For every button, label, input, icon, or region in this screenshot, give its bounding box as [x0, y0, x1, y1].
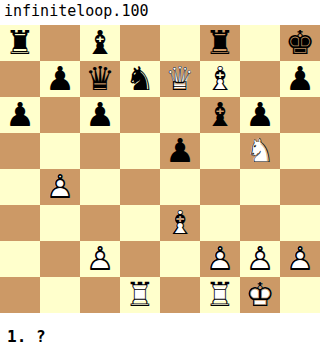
- piece-glyph: ♙: [285, 239, 315, 278]
- square-b2[interactable]: [40, 241, 80, 277]
- square-d6[interactable]: [120, 97, 160, 133]
- square-c2[interactable]: ♟♙: [80, 241, 120, 277]
- square-b7[interactable]: ♟: [40, 61, 80, 97]
- square-c7[interactable]: ♛: [80, 61, 120, 97]
- square-c6[interactable]: ♟: [80, 97, 120, 133]
- chess-board: ♜♝♜♚♟♛♞♛♕♝♗♟♟♟♝♟♟♞♘♟♙♝♗♟♙♟♙♟♙♟♙♜♖♜♖♚♔: [0, 25, 320, 313]
- square-c3[interactable]: [80, 205, 120, 241]
- square-h3[interactable]: [280, 205, 320, 241]
- piece-glyph: ♟: [285, 59, 315, 98]
- square-d2[interactable]: [120, 241, 160, 277]
- puzzle-screen: infiniteloop.100 ♜♝♜♚♟♛♞♛♕♝♗♟♟♟♝♟♟♞♘♟♙♝♗…: [0, 0, 320, 360]
- square-f2[interactable]: ♟♙: [200, 241, 240, 277]
- square-a6[interactable]: ♟: [0, 97, 40, 133]
- square-a2[interactable]: [0, 241, 40, 277]
- piece-glyph: ♟: [85, 95, 115, 134]
- piece-glyph: ♙: [45, 167, 75, 206]
- square-g2[interactable]: ♟♙: [240, 241, 280, 277]
- square-f3[interactable]: [200, 205, 240, 241]
- piece-black-knight: ♞: [120, 61, 160, 97]
- piece-glyph: ♕: [165, 59, 195, 98]
- square-d3[interactable]: [120, 205, 160, 241]
- piece-glyph: ♜: [205, 23, 235, 62]
- square-f4[interactable]: [200, 169, 240, 205]
- piece-glyph: ♙: [245, 239, 275, 278]
- square-h1[interactable]: [280, 277, 320, 313]
- piece-glyph: ♟: [165, 131, 195, 170]
- square-a8[interactable]: ♜: [0, 25, 40, 61]
- square-h8[interactable]: ♚: [280, 25, 320, 61]
- piece-black-pawn: ♟: [40, 61, 80, 97]
- square-e3[interactable]: ♝♗: [160, 205, 200, 241]
- square-h6[interactable]: [280, 97, 320, 133]
- square-b1[interactable]: [40, 277, 80, 313]
- square-c5[interactable]: [80, 133, 120, 169]
- square-g5[interactable]: ♞♘: [240, 133, 280, 169]
- piece-white-queen: ♛♕: [160, 61, 200, 97]
- square-e5[interactable]: ♟: [160, 133, 200, 169]
- piece-glyph: ♟: [45, 59, 75, 98]
- piece-glyph: ♝: [85, 23, 115, 62]
- piece-glyph: ♛: [85, 59, 115, 98]
- square-b6[interactable]: [40, 97, 80, 133]
- piece-black-rook: ♜: [200, 25, 240, 61]
- piece-black-pawn: ♟: [240, 97, 280, 133]
- square-e7[interactable]: ♛♕: [160, 61, 200, 97]
- puzzle-title: infiniteloop.100: [4, 2, 149, 20]
- piece-black-pawn: ♟: [80, 97, 120, 133]
- square-f1[interactable]: ♜♖: [200, 277, 240, 313]
- piece-black-bishop: ♝: [80, 25, 120, 61]
- piece-white-knight: ♞♘: [240, 133, 280, 169]
- square-a7[interactable]: [0, 61, 40, 97]
- square-b4[interactable]: ♟♙: [40, 169, 80, 205]
- piece-white-pawn: ♟♙: [40, 169, 80, 205]
- square-g8[interactable]: [240, 25, 280, 61]
- piece-black-pawn: ♟: [160, 133, 200, 169]
- square-e1[interactable]: [160, 277, 200, 313]
- square-a3[interactable]: [0, 205, 40, 241]
- square-c8[interactable]: ♝: [80, 25, 120, 61]
- piece-glyph: ♟: [245, 95, 275, 134]
- piece-black-queen: ♛: [80, 61, 120, 97]
- piece-glyph: ♔: [245, 275, 275, 314]
- piece-black-pawn: ♟: [0, 97, 40, 133]
- square-a5[interactable]: [0, 133, 40, 169]
- square-g3[interactable]: [240, 205, 280, 241]
- square-h2[interactable]: ♟♙: [280, 241, 320, 277]
- piece-white-rook: ♜♖: [200, 277, 240, 313]
- square-d8[interactable]: [120, 25, 160, 61]
- piece-white-pawn: ♟♙: [200, 241, 240, 277]
- square-a1[interactable]: [0, 277, 40, 313]
- square-g7[interactable]: [240, 61, 280, 97]
- square-h7[interactable]: ♟: [280, 61, 320, 97]
- square-b3[interactable]: [40, 205, 80, 241]
- square-c1[interactable]: [80, 277, 120, 313]
- piece-black-pawn: ♟: [280, 61, 320, 97]
- piece-glyph: ♝: [205, 95, 235, 134]
- piece-black-bishop: ♝: [200, 97, 240, 133]
- piece-white-pawn: ♟♙: [280, 241, 320, 277]
- piece-glyph: ♚: [285, 23, 315, 62]
- square-e6[interactable]: [160, 97, 200, 133]
- square-d5[interactable]: [120, 133, 160, 169]
- piece-glyph: ♖: [125, 275, 155, 314]
- piece-white-rook: ♜♖: [120, 277, 160, 313]
- square-f6[interactable]: ♝: [200, 97, 240, 133]
- square-b5[interactable]: [40, 133, 80, 169]
- square-d7[interactable]: ♞: [120, 61, 160, 97]
- piece-glyph: ♟: [5, 95, 35, 134]
- piece-white-bishop: ♝♗: [160, 205, 200, 241]
- square-c4[interactable]: [80, 169, 120, 205]
- piece-white-pawn: ♟♙: [240, 241, 280, 277]
- square-d4[interactable]: [120, 169, 160, 205]
- square-e8[interactable]: [160, 25, 200, 61]
- square-e4[interactable]: [160, 169, 200, 205]
- square-b8[interactable]: [40, 25, 80, 61]
- square-g4[interactable]: [240, 169, 280, 205]
- square-f8[interactable]: ♜: [200, 25, 240, 61]
- piece-glyph: ♙: [85, 239, 115, 278]
- square-a4[interactable]: [0, 169, 40, 205]
- square-h4[interactable]: [280, 169, 320, 205]
- piece-glyph: ♘: [245, 131, 275, 170]
- piece-white-king: ♚♔: [240, 277, 280, 313]
- square-f5[interactable]: [200, 133, 240, 169]
- square-g6[interactable]: ♟: [240, 97, 280, 133]
- piece-glyph: ♙: [205, 239, 235, 278]
- square-g1[interactable]: ♚♔: [240, 277, 280, 313]
- square-f7[interactable]: ♝♗: [200, 61, 240, 97]
- move-prompt: 1. ?: [7, 327, 46, 346]
- piece-glyph: ♗: [205, 59, 235, 98]
- piece-glyph: ♜: [5, 23, 35, 62]
- piece-white-bishop: ♝♗: [200, 61, 240, 97]
- piece-black-rook: ♜: [0, 25, 40, 61]
- square-d1[interactable]: ♜♖: [120, 277, 160, 313]
- piece-black-king: ♚: [280, 25, 320, 61]
- piece-glyph: ♗: [165, 203, 195, 242]
- square-h5[interactable]: [280, 133, 320, 169]
- piece-glyph: ♖: [205, 275, 235, 314]
- piece-glyph: ♞: [125, 59, 155, 98]
- piece-white-pawn: ♟♙: [80, 241, 120, 277]
- square-e2[interactable]: [160, 241, 200, 277]
